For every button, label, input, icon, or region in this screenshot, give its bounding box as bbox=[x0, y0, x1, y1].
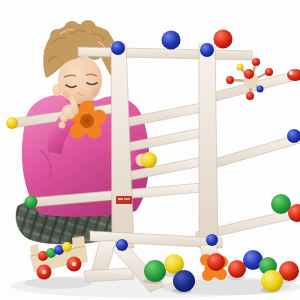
green-ball-lower-track bbox=[271, 194, 291, 214]
red-ball-top-track bbox=[214, 30, 233, 49]
spinner-bead-blue bbox=[257, 86, 264, 93]
right-post bbox=[199, 44, 218, 248]
floor-ball-red bbox=[228, 260, 246, 278]
blue-ball-top-track bbox=[162, 31, 181, 50]
flower-center bbox=[84, 118, 90, 124]
curled-finger bbox=[59, 122, 66, 129]
curled-finger bbox=[60, 114, 68, 122]
car-shadow bbox=[24, 277, 92, 289]
car-bead-yellow bbox=[62, 242, 72, 252]
spinner-bead-yellow bbox=[237, 64, 244, 71]
red-toy-highlight bbox=[289, 71, 293, 75]
scene-svg bbox=[0, 0, 300, 300]
sticker-mark bbox=[118, 198, 123, 200]
photo-canvas bbox=[0, 0, 300, 300]
floor-ball-yellow bbox=[261, 270, 283, 292]
blue-base-knob bbox=[206, 234, 218, 246]
floor-ball-navy bbox=[173, 270, 195, 292]
spinner-center-bead bbox=[244, 69, 254, 79]
cheek-blush bbox=[92, 88, 100, 96]
green-track-knob bbox=[25, 196, 38, 209]
yellow-ball-middle-track bbox=[141, 152, 157, 168]
spinner-bead-red bbox=[252, 58, 260, 66]
sticker-mark bbox=[124, 198, 130, 200]
spinner-bead-red bbox=[265, 68, 273, 76]
car-wheel-hub bbox=[72, 262, 77, 267]
cheek-blush bbox=[62, 91, 70, 99]
red-ball-in-cradle bbox=[207, 253, 225, 271]
blue-knob-right-post bbox=[200, 43, 214, 57]
blue-base-knob bbox=[116, 239, 128, 251]
floor-ball-green bbox=[144, 260, 166, 282]
spinner-bead-red bbox=[246, 92, 254, 100]
blue-knob-left-post bbox=[111, 41, 125, 55]
spinner-bead-red bbox=[226, 76, 234, 84]
car-wheel-hub bbox=[42, 270, 47, 275]
yellow-track-knob bbox=[6, 117, 18, 129]
